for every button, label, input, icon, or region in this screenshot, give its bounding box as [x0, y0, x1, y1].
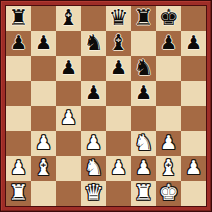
white-pawn: ♟ [135, 158, 152, 177]
square-c7[interactable] [56, 31, 81, 56]
square-b8[interactable] [31, 6, 56, 31]
square-b7[interactable]: ♟ [31, 31, 56, 56]
square-a8[interactable]: ♜ [6, 6, 31, 31]
white-knight: ♞ [84, 157, 104, 179]
black-rook: ♜ [134, 7, 154, 29]
square-e1[interactable] [106, 181, 131, 206]
white-queen: ♛ [84, 182, 104, 204]
square-g7[interactable]: ♟ [156, 31, 181, 56]
square-e6[interactable]: ♟ [106, 56, 131, 81]
black-pawn: ♟ [85, 83, 102, 102]
black-pawn: ♟ [35, 33, 52, 52]
black-pawn: ♟ [60, 58, 77, 77]
square-d3[interactable]: ♟ [81, 131, 106, 156]
square-g3[interactable]: ♟ [156, 131, 181, 156]
square-b4[interactable] [31, 106, 56, 131]
square-c5[interactable] [56, 81, 81, 106]
white-rook: ♜ [9, 182, 29, 204]
white-king: ♚ [159, 182, 179, 204]
square-a4[interactable] [6, 106, 31, 131]
square-f4[interactable] [131, 106, 156, 131]
square-c2[interactable] [56, 156, 81, 181]
square-b6[interactable] [31, 56, 56, 81]
square-h5[interactable] [181, 81, 206, 106]
black-rook: ♜ [9, 7, 29, 29]
white-pawn: ♟ [10, 158, 27, 177]
white-pawn: ♟ [110, 158, 127, 177]
chess-board: ♜♝♛♜♚♟♟♞♝♟♟♟♟♞♟♟♟♟♟♞♟♟♝♞♟♟♝♟♜♛♜♚ [6, 6, 206, 206]
black-pawn: ♟ [160, 33, 177, 52]
white-pawn: ♟ [35, 133, 52, 152]
black-knight: ♞ [134, 57, 154, 79]
square-d1[interactable]: ♛ [81, 181, 106, 206]
square-a5[interactable] [6, 81, 31, 106]
black-pawn: ♟ [10, 33, 27, 52]
square-d2[interactable]: ♞ [81, 156, 106, 181]
square-f5[interactable]: ♟ [131, 81, 156, 106]
square-a6[interactable] [6, 56, 31, 81]
square-f2[interactable]: ♟ [131, 156, 156, 181]
square-d4[interactable] [81, 106, 106, 131]
black-bishop: ♝ [59, 7, 79, 29]
black-bishop: ♝ [109, 32, 129, 54]
square-e7[interactable]: ♝ [106, 31, 131, 56]
square-c3[interactable] [56, 131, 81, 156]
square-h4[interactable] [181, 106, 206, 131]
white-pawn: ♟ [160, 133, 177, 152]
white-bishop: ♝ [34, 157, 54, 179]
black-king: ♚ [159, 7, 179, 29]
square-c6[interactable]: ♟ [56, 56, 81, 81]
square-h3[interactable] [181, 131, 206, 156]
square-b5[interactable] [31, 81, 56, 106]
square-c8[interactable]: ♝ [56, 6, 81, 31]
square-a7[interactable]: ♟ [6, 31, 31, 56]
black-pawn: ♟ [110, 58, 127, 77]
square-e8[interactable]: ♛ [106, 6, 131, 31]
white-pawn: ♟ [185, 158, 202, 177]
square-f8[interactable]: ♜ [131, 6, 156, 31]
square-h8[interactable] [181, 6, 206, 31]
square-f7[interactable] [131, 31, 156, 56]
square-h1[interactable] [181, 181, 206, 206]
square-f3[interactable]: ♞ [131, 131, 156, 156]
square-h7[interactable]: ♟ [181, 31, 206, 56]
square-c4[interactable]: ♟ [56, 106, 81, 131]
white-pawn: ♟ [60, 108, 77, 127]
square-e3[interactable] [106, 131, 131, 156]
black-knight: ♞ [84, 32, 104, 54]
white-pawn: ♟ [85, 133, 102, 152]
white-bishop: ♝ [159, 157, 179, 179]
square-g5[interactable] [156, 81, 181, 106]
square-a2[interactable]: ♟ [6, 156, 31, 181]
square-d5[interactable]: ♟ [81, 81, 106, 106]
square-b1[interactable] [31, 181, 56, 206]
black-pawn: ♟ [185, 33, 202, 52]
square-e5[interactable] [106, 81, 131, 106]
square-d6[interactable] [81, 56, 106, 81]
square-g4[interactable] [156, 106, 181, 131]
white-rook: ♜ [134, 182, 154, 204]
square-b2[interactable]: ♝ [31, 156, 56, 181]
chess-board-frame: ♜♝♛♜♚♟♟♞♝♟♟♟♟♞♟♟♟♟♟♞♟♟♝♞♟♟♝♟♜♛♜♚ [0, 0, 212, 212]
black-queen: ♛ [109, 7, 129, 29]
white-knight: ♞ [134, 132, 154, 154]
square-e4[interactable] [106, 106, 131, 131]
square-g2[interactable]: ♝ [156, 156, 181, 181]
square-d7[interactable]: ♞ [81, 31, 106, 56]
square-b3[interactable]: ♟ [31, 131, 56, 156]
square-c1[interactable] [56, 181, 81, 206]
square-a1[interactable]: ♜ [6, 181, 31, 206]
black-pawn: ♟ [135, 83, 152, 102]
square-g8[interactable]: ♚ [156, 6, 181, 31]
square-e2[interactable]: ♟ [106, 156, 131, 181]
square-h6[interactable] [181, 56, 206, 81]
square-g1[interactable]: ♚ [156, 181, 181, 206]
square-h2[interactable]: ♟ [181, 156, 206, 181]
square-g6[interactable] [156, 56, 181, 81]
square-d8[interactable] [81, 6, 106, 31]
square-f6[interactable]: ♞ [131, 56, 156, 81]
square-f1[interactable]: ♜ [131, 181, 156, 206]
square-a3[interactable] [6, 131, 31, 156]
